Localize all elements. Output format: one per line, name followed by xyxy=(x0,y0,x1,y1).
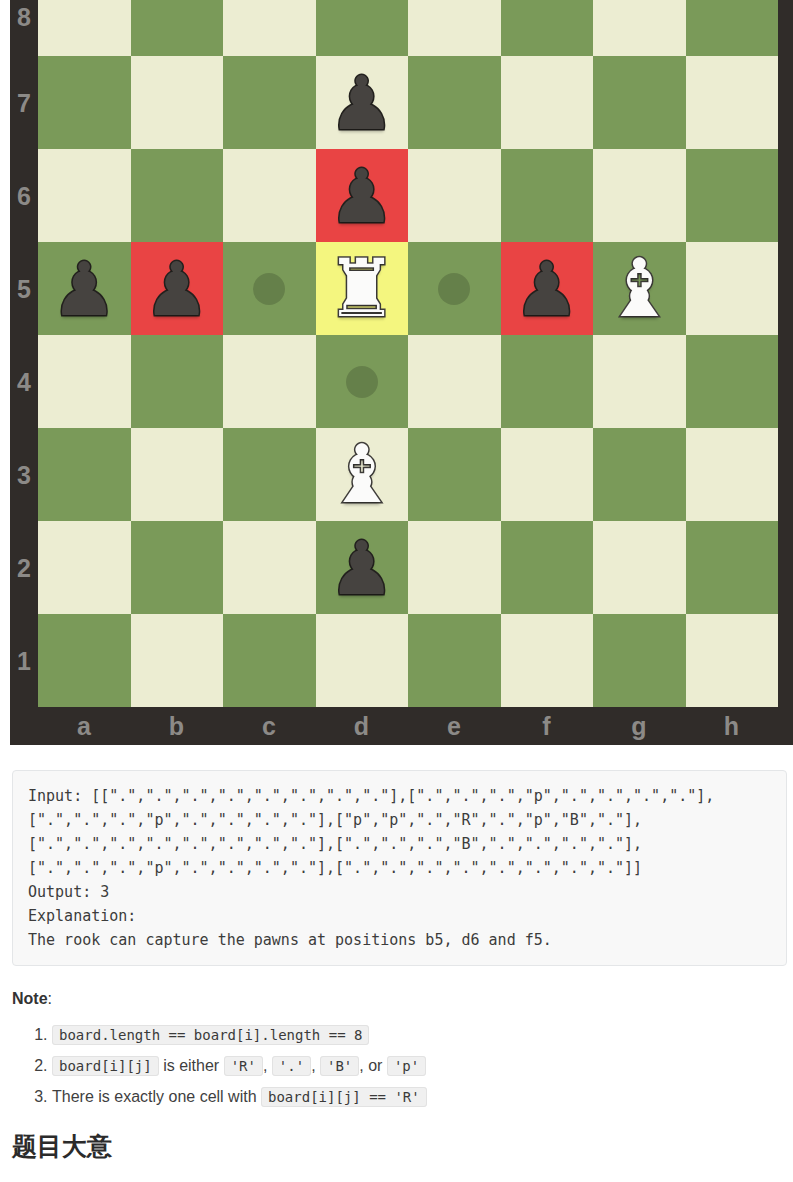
square-g2 xyxy=(593,521,686,614)
square-d8 xyxy=(316,0,409,56)
problem-description: Input: [[".",".",".",".",".",".",".","."… xyxy=(0,770,793,1163)
square-d1 xyxy=(316,614,409,707)
chessboard-diagram: ♟♟♟♟♜♟♝♝♟ 87654321abcdefgh xyxy=(0,0,793,745)
note-colon: : xyxy=(48,990,52,1007)
inline-code: 'B' xyxy=(320,1056,359,1076)
square-f2 xyxy=(501,521,594,614)
rank-label-7: 7 xyxy=(10,88,38,118)
square-h4 xyxy=(686,335,779,428)
square-c6 xyxy=(223,149,316,242)
square-g3 xyxy=(593,428,686,521)
square-f4 xyxy=(501,335,594,428)
square-f7 xyxy=(501,56,594,149)
note-text: Note: xyxy=(12,990,787,1008)
square-h7 xyxy=(686,56,779,149)
rank-label-8: 8 xyxy=(10,2,38,32)
square-g4 xyxy=(593,335,686,428)
square-c2 xyxy=(223,521,316,614)
square-g1 xyxy=(593,614,686,707)
square-e4 xyxy=(408,335,501,428)
square-b4 xyxy=(131,335,224,428)
move-hint-dot xyxy=(253,273,285,305)
square-e5 xyxy=(408,242,501,335)
list-item: board[i][j] is either 'R', '.', 'B', or … xyxy=(52,1055,787,1077)
square-a3 xyxy=(38,428,131,521)
black-pawn-icon: ♟ xyxy=(51,252,117,326)
file-label-h: h xyxy=(686,711,778,741)
square-d6: ♟ xyxy=(316,149,409,242)
black-pawn-icon: ♟ xyxy=(144,252,210,326)
square-a7 xyxy=(38,56,131,149)
move-hint-dot xyxy=(438,273,470,305)
rank-label-6: 6 xyxy=(10,181,38,211)
square-d3: ♝ xyxy=(316,428,409,521)
file-label-g: g xyxy=(593,711,685,741)
square-g7 xyxy=(593,56,686,149)
square-f1 xyxy=(501,614,594,707)
inline-code: board.length == board[i].length == 8 xyxy=(52,1025,369,1045)
square-g8 xyxy=(593,0,686,56)
square-f5: ♟ xyxy=(501,242,594,335)
square-b3 xyxy=(131,428,224,521)
square-a2 xyxy=(38,521,131,614)
square-e2 xyxy=(408,521,501,614)
square-a6 xyxy=(38,149,131,242)
inline-code: 'R' xyxy=(224,1056,263,1076)
square-b8 xyxy=(131,0,224,56)
section-heading-cn: 题目大意 xyxy=(12,1130,787,1163)
square-a5: ♟ xyxy=(38,242,131,335)
square-c3 xyxy=(223,428,316,521)
square-g6 xyxy=(593,149,686,242)
black-pawn-icon: ♟ xyxy=(329,159,395,233)
white-rook-icon: ♜ xyxy=(326,249,398,329)
square-f8 xyxy=(501,0,594,56)
square-c7 xyxy=(223,56,316,149)
square-e3 xyxy=(408,428,501,521)
file-label-c: c xyxy=(223,711,315,741)
square-e6 xyxy=(408,149,501,242)
list-item: board.length == board[i].length == 8 xyxy=(52,1024,787,1046)
inline-code: board[i][j] xyxy=(52,1056,159,1076)
square-d5: ♜ xyxy=(316,242,409,335)
square-b1 xyxy=(131,614,224,707)
note-label: Note xyxy=(12,990,48,1007)
square-f3 xyxy=(501,428,594,521)
square-b6 xyxy=(131,149,224,242)
inline-code: board[i][j] == 'R' xyxy=(261,1087,427,1107)
inline-code: '.' xyxy=(272,1056,311,1076)
square-c4 xyxy=(223,335,316,428)
square-h6 xyxy=(686,149,779,242)
rank-label-3: 3 xyxy=(10,460,38,490)
square-b2 xyxy=(131,521,224,614)
square-a1 xyxy=(38,614,131,707)
square-h3 xyxy=(686,428,779,521)
square-g5: ♝ xyxy=(593,242,686,335)
board-frame: ♟♟♟♟♜♟♝♝♟ 87654321abcdefgh xyxy=(10,0,793,745)
square-c1 xyxy=(223,614,316,707)
square-e8 xyxy=(408,0,501,56)
file-label-a: a xyxy=(38,711,130,741)
square-b7 xyxy=(131,56,224,149)
square-d4 xyxy=(316,335,409,428)
black-pawn-icon: ♟ xyxy=(514,252,580,326)
inline-code: 'p' xyxy=(387,1056,426,1076)
square-a8 xyxy=(38,0,131,56)
square-f6 xyxy=(501,149,594,242)
square-e1 xyxy=(408,614,501,707)
square-h5 xyxy=(686,242,779,335)
square-h8 xyxy=(686,0,779,56)
constraints-list: board.length == board[i].length == 8boar… xyxy=(12,1024,787,1108)
file-label-b: b xyxy=(131,711,223,741)
example-block: Input: [[".",".",".",".",".",".",".","."… xyxy=(12,770,787,966)
square-h2 xyxy=(686,521,779,614)
list-item: There is exactly one cell with board[i][… xyxy=(52,1086,787,1108)
square-h1 xyxy=(686,614,779,707)
square-c5 xyxy=(223,242,316,335)
chess-board: ♟♟♟♟♜♟♝♝♟ xyxy=(38,0,778,707)
move-hint-dot xyxy=(346,366,378,398)
square-a4 xyxy=(38,335,131,428)
rank-label-4: 4 xyxy=(10,367,38,397)
square-b5: ♟ xyxy=(131,242,224,335)
white-bishop-icon: ♝ xyxy=(326,435,398,515)
square-c8 xyxy=(223,0,316,56)
black-pawn-icon: ♟ xyxy=(329,531,395,605)
file-label-e: e xyxy=(408,711,500,741)
square-d2: ♟ xyxy=(316,521,409,614)
square-d7: ♟ xyxy=(316,56,409,149)
rank-label-5: 5 xyxy=(10,274,38,304)
rank-label-2: 2 xyxy=(10,553,38,583)
file-label-f: f xyxy=(501,711,593,741)
white-bishop-icon: ♝ xyxy=(603,249,675,329)
black-pawn-icon: ♟ xyxy=(329,66,395,140)
file-label-d: d xyxy=(316,711,408,741)
square-e7 xyxy=(408,56,501,149)
rank-label-1: 1 xyxy=(10,646,38,676)
